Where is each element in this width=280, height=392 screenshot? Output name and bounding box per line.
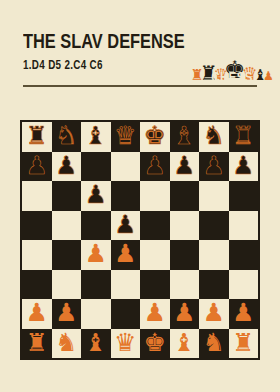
white-pawn-piece: ♟	[85, 241, 107, 266]
white-bishop-piece: ♝	[173, 330, 195, 355]
square-h5	[229, 211, 259, 241]
square-c2	[81, 299, 111, 329]
square-c8: ♝	[81, 122, 111, 152]
white-bishop-piece: ♝	[85, 330, 107, 355]
square-g1: ♞	[199, 329, 229, 359]
square-c1: ♝	[81, 329, 111, 359]
white-pawn-piece: ♟	[26, 300, 48, 325]
poster: THE SLAV DEFENSE 1.D4 D5 2.C4 C6 ♜♜♛♚♛♝♟…	[0, 0, 280, 392]
square-a2: ♟	[22, 299, 52, 329]
black-knight-piece: ♞	[203, 123, 225, 148]
black-pawn-piece: ♟	[55, 153, 77, 178]
black-king-piece: ♚	[144, 123, 166, 148]
square-h6	[229, 181, 259, 211]
header: THE SLAV DEFENSE 1.D4 D5 2.C4 C6 ♜♜♛♚♛♝♟…	[23, 30, 258, 85]
black-pawn-piece: ♟	[26, 153, 48, 178]
square-b2: ♟	[52, 299, 82, 329]
square-h4	[229, 240, 259, 270]
square-d6	[111, 181, 141, 211]
square-d4: ♟	[111, 240, 141, 270]
white-queen-piece: ♛	[114, 330, 136, 355]
poster-title: THE SLAV DEFENSE	[23, 30, 185, 51]
black-pawn-piece: ♟	[85, 182, 107, 207]
chessboard: ♜♞♝♛♚♝♞♜♟♟♟♟♟♟♟♟♟♟♟♟♟♟♟♟♜♞♝♛♚♝♞♜	[20, 120, 260, 360]
header-divider	[23, 85, 257, 87]
square-a6	[22, 181, 52, 211]
square-a4	[22, 240, 52, 270]
square-f1: ♝	[170, 329, 200, 359]
square-b7: ♟	[52, 152, 82, 182]
square-g4	[199, 240, 229, 270]
square-f7: ♟	[170, 152, 200, 182]
square-e7: ♟	[140, 152, 170, 182]
square-f4	[170, 240, 200, 270]
square-a7: ♟	[22, 152, 52, 182]
black-pawn-piece: ♟	[232, 153, 254, 178]
square-c3	[81, 270, 111, 300]
square-d2	[111, 299, 141, 329]
black-pawn-piece: ♟	[144, 153, 166, 178]
square-g6	[199, 181, 229, 211]
square-f2: ♟	[170, 299, 200, 329]
square-b1: ♞	[52, 329, 82, 359]
square-f3	[170, 270, 200, 300]
logo-piece-icon: ♟	[263, 71, 274, 82]
white-pawn-piece: ♟	[55, 300, 77, 325]
square-c5	[81, 211, 111, 241]
opening-moves: 1.D4 D5 2.C4 C6	[23, 59, 103, 71]
square-g2: ♟	[199, 299, 229, 329]
black-queen-piece: ♛	[114, 123, 136, 148]
square-c4: ♟	[81, 240, 111, 270]
square-e1: ♚	[140, 329, 170, 359]
white-pawn-piece: ♟	[173, 300, 195, 325]
square-a8: ♜	[22, 122, 52, 152]
square-h3	[229, 270, 259, 300]
square-c6: ♟	[81, 181, 111, 211]
square-h1: ♜	[229, 329, 259, 359]
logo-chess-label: CHESS	[211, 70, 254, 84]
square-a5	[22, 211, 52, 241]
chess-logo: ♜♜♛♚♛♝♟ CHESS	[206, 30, 258, 84]
white-rook-piece: ♜	[26, 330, 48, 355]
square-h2: ♟	[229, 299, 259, 329]
square-d3	[111, 270, 141, 300]
square-b8: ♞	[52, 122, 82, 152]
square-b3	[52, 270, 82, 300]
white-knight-piece: ♞	[203, 330, 225, 355]
square-g7: ♟	[199, 152, 229, 182]
white-pawn-piece: ♟	[144, 300, 166, 325]
black-rook-piece: ♜	[26, 123, 48, 148]
black-pawn-piece: ♟	[173, 153, 195, 178]
square-e8: ♚	[140, 122, 170, 152]
square-e3	[140, 270, 170, 300]
square-a3	[22, 270, 52, 300]
black-pawn-piece: ♟	[203, 153, 225, 178]
white-rook-piece: ♜	[232, 330, 254, 355]
square-g8: ♞	[199, 122, 229, 152]
black-knight-piece: ♞	[55, 123, 77, 148]
square-f6	[170, 181, 200, 211]
square-d7	[111, 152, 141, 182]
black-rook-piece: ♜	[232, 123, 254, 148]
square-c7	[81, 152, 111, 182]
square-e4	[140, 240, 170, 270]
square-f8: ♝	[170, 122, 200, 152]
white-pawn-piece: ♟	[114, 241, 136, 266]
square-e6	[140, 181, 170, 211]
white-pawn-piece: ♟	[203, 300, 225, 325]
square-a1: ♜	[22, 329, 52, 359]
black-pawn-piece: ♟	[114, 212, 136, 237]
square-d1: ♛	[111, 329, 141, 359]
square-b4	[52, 240, 82, 270]
square-h7: ♟	[229, 152, 259, 182]
square-e5	[140, 211, 170, 241]
white-king-piece: ♚	[144, 330, 166, 355]
square-b6	[52, 181, 82, 211]
square-h8: ♜	[229, 122, 259, 152]
black-bishop-piece: ♝	[173, 123, 195, 148]
square-b5	[52, 211, 82, 241]
black-bishop-piece: ♝	[85, 123, 107, 148]
square-f5	[170, 211, 200, 241]
square-d5: ♟	[111, 211, 141, 241]
white-knight-piece: ♞	[55, 330, 77, 355]
square-g5	[199, 211, 229, 241]
square-g3	[199, 270, 229, 300]
square-d8: ♛	[111, 122, 141, 152]
square-e2: ♟	[140, 299, 170, 329]
white-pawn-piece: ♟	[232, 300, 254, 325]
